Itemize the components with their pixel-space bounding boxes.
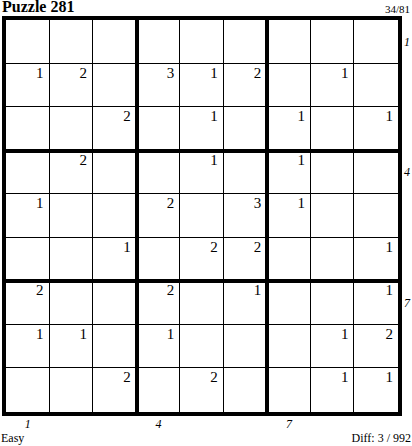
cell-r9c7[interactable] (267, 368, 311, 412)
cell-r3c1[interactable] (6, 107, 50, 151)
cell-r5c6[interactable]: 3 (224, 194, 268, 238)
cell-r1c3[interactable] (93, 20, 137, 64)
cell-r8c4[interactable]: 1 (137, 325, 181, 369)
cell-r5c2[interactable] (50, 194, 94, 238)
cell-r4c3[interactable] (93, 151, 137, 195)
cell-r8c8[interactable]: 1 (311, 325, 355, 369)
cell-r9c9[interactable]: 1 (354, 368, 398, 412)
cell-r1c2[interactable] (50, 20, 94, 64)
cell-r9c6[interactable] (224, 368, 268, 412)
cell-r8c6[interactable] (224, 325, 268, 369)
cell-r6c8[interactable] (311, 238, 355, 282)
cell-r8c5[interactable] (180, 325, 224, 369)
cell-r7c7[interactable] (267, 281, 311, 325)
cell-r5c4[interactable]: 2 (137, 194, 181, 238)
clue-digit: 1 (123, 240, 131, 255)
clue-digit: 2 (210, 240, 218, 255)
box-separator-horizontal-1 (2, 149, 402, 153)
cell-r9c3[interactable]: 2 (93, 368, 137, 412)
cell-r6c6[interactable]: 2 (224, 238, 268, 282)
cell-r6c7[interactable] (267, 238, 311, 282)
cell-r3c9[interactable]: 1 (354, 107, 398, 151)
cell-r1c5[interactable] (180, 20, 224, 64)
clue-digit: 1 (386, 283, 394, 298)
box-separator-vertical-2 (265, 16, 269, 416)
cell-r6c4[interactable] (137, 238, 181, 282)
cell-r7c1[interactable]: 2 (6, 281, 50, 325)
clue-digit: 2 (210, 370, 218, 385)
cell-r3c6[interactable] (224, 107, 268, 151)
cell-r6c2[interactable] (50, 238, 94, 282)
clue-digit: 2 (386, 327, 394, 342)
cell-r7c6[interactable]: 1 (224, 281, 268, 325)
clue-digit: 1 (36, 66, 44, 81)
diff-stat: Diff: 3 / 992 (352, 431, 411, 446)
cell-r4c8[interactable] (311, 151, 355, 195)
clue-digit: 1 (36, 327, 44, 342)
cell-r8c7[interactable] (267, 325, 311, 369)
cell-r8c3[interactable] (93, 325, 137, 369)
col-label-1: 1 (25, 418, 31, 430)
cell-r4c7[interactable]: 1 (267, 151, 311, 195)
cell-r4c5[interactable]: 1 (180, 151, 224, 195)
cell-r5c1[interactable]: 1 (6, 194, 50, 238)
cell-r1c7[interactable] (267, 20, 311, 64)
clue-digit: 1 (80, 327, 88, 342)
clue-digit: 1 (36, 196, 44, 211)
cell-r5c8[interactable] (311, 194, 355, 238)
cell-r9c1[interactable] (6, 368, 50, 412)
clue-digit: 1 (254, 283, 262, 298)
clue-digit: 1 (210, 66, 218, 81)
cell-r5c9[interactable] (354, 194, 398, 238)
cell-r3c2[interactable] (50, 107, 94, 151)
cell-r7c5[interactable] (180, 281, 224, 325)
cell-r6c1[interactable] (6, 238, 50, 282)
cell-r6c5[interactable]: 2 (180, 238, 224, 282)
cell-r2c6[interactable]: 2 (224, 64, 268, 108)
cell-r7c4[interactable]: 2 (137, 281, 181, 325)
clue-digit: 1 (210, 109, 218, 124)
cell-r1c4[interactable] (137, 20, 181, 64)
cell-r2c3[interactable] (93, 64, 137, 108)
cell-r2c2[interactable]: 2 (50, 64, 94, 108)
cell-r7c3[interactable] (93, 281, 137, 325)
cell-r6c3[interactable]: 1 (93, 238, 137, 282)
cell-r4c9[interactable] (354, 151, 398, 195)
cell-r1c6[interactable] (224, 20, 268, 64)
cell-r9c2[interactable] (50, 368, 94, 412)
cell-r3c8[interactable] (311, 107, 355, 151)
cell-r5c5[interactable] (180, 194, 224, 238)
cell-r8c1[interactable]: 1 (6, 325, 50, 369)
clue-digit: 1 (341, 66, 349, 81)
clue-digit: 2 (254, 240, 262, 255)
cell-r6c9[interactable]: 1 (354, 238, 398, 282)
cell-r4c2[interactable]: 2 (50, 151, 94, 195)
cell-r5c7[interactable]: 1 (267, 194, 311, 238)
clue-digit: 2 (123, 109, 131, 124)
cell-r3c4[interactable] (137, 107, 181, 151)
cell-r7c9[interactable]: 1 (354, 281, 398, 325)
cell-r4c6[interactable] (224, 151, 268, 195)
box-separator-horizontal-2 (2, 279, 402, 283)
cell-r2c4[interactable]: 3 (137, 64, 181, 108)
puzzle-board: 1231212111211123112212211111122211 (2, 16, 402, 416)
cell-r2c9[interactable] (354, 64, 398, 108)
cell-r9c4[interactable] (137, 368, 181, 412)
cell-r3c5[interactable]: 1 (180, 107, 224, 151)
cell-r4c1[interactable] (6, 151, 50, 195)
cell-r2c5[interactable]: 1 (180, 64, 224, 108)
clue-digit: 2 (123, 370, 131, 385)
cell-r5c3[interactable] (93, 194, 137, 238)
cell-r9c8[interactable]: 1 (311, 368, 355, 412)
difficulty-label: Easy (1, 431, 24, 446)
row-label-7: 7 (404, 297, 410, 309)
clue-digit: 1 (297, 153, 305, 168)
clue-digit: 1 (210, 153, 218, 168)
cell-r9c5[interactable]: 2 (180, 368, 224, 412)
box-separator-vertical-1 (135, 16, 139, 416)
cell-r7c2[interactable] (50, 281, 94, 325)
cell-r3c3[interactable]: 2 (93, 107, 137, 151)
clue-digit: 1 (386, 240, 394, 255)
cell-r1c1[interactable] (6, 20, 50, 64)
clue-digit: 1 (386, 370, 394, 385)
col-label-4: 4 (155, 418, 161, 430)
clue-digit: 1 (167, 327, 175, 342)
cell-r2c7[interactable] (267, 64, 311, 108)
cell-r2c8[interactable]: 1 (311, 64, 355, 108)
clue-digit: 2 (80, 66, 88, 81)
page-title: Puzzle 281 (2, 0, 74, 16)
cell-r3c7[interactable]: 1 (267, 107, 311, 151)
cell-r7c8[interactable] (311, 281, 355, 325)
row-label-4: 4 (404, 166, 410, 178)
cell-r8c2[interactable]: 1 (50, 325, 94, 369)
givens-counter: 34/81 (385, 3, 410, 15)
clue-digit: 2 (167, 283, 175, 298)
clue-digit: 1 (297, 109, 305, 124)
clue-digit: 3 (167, 66, 175, 81)
clue-digit: 2 (80, 153, 88, 168)
clue-digit: 3 (254, 196, 262, 211)
col-label-7: 7 (286, 418, 292, 430)
clue-digit: 1 (341, 327, 349, 342)
clue-digit: 1 (341, 370, 349, 385)
clue-digit: 1 (297, 196, 305, 211)
cell-r1c9[interactable] (354, 20, 398, 64)
clue-digit: 1 (386, 109, 394, 124)
clue-digit: 2 (254, 66, 262, 81)
cell-r4c4[interactable] (137, 151, 181, 195)
clue-digit: 2 (36, 283, 44, 298)
clue-digit: 2 (167, 196, 175, 211)
cell-r8c9[interactable]: 2 (354, 325, 398, 369)
cell-r2c1[interactable]: 1 (6, 64, 50, 108)
cell-r1c8[interactable] (311, 20, 355, 64)
row-label-1: 1 (404, 36, 410, 48)
